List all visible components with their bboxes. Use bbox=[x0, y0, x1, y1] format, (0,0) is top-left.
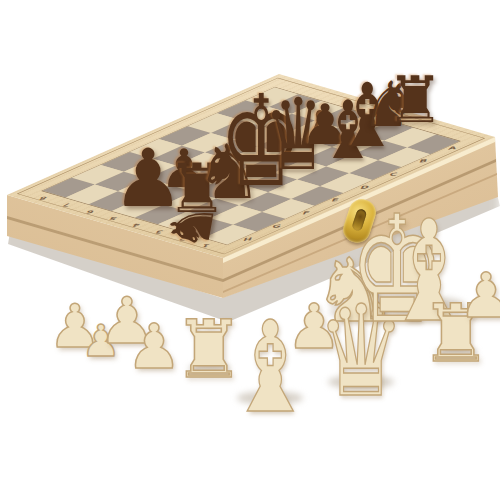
file-label: H bbox=[242, 237, 253, 242]
rank-label: 6 bbox=[85, 209, 96, 213]
rank-label: 7 bbox=[61, 203, 72, 207]
rank-label: 8 bbox=[38, 196, 49, 200]
file-label: A bbox=[447, 146, 457, 151]
file-label: C bbox=[389, 172, 399, 177]
dark-rook-piece: ♜ bbox=[386, 68, 443, 132]
product-photo-chess-set: ABCDEFGH12345678 ♟♟♜♞♞♚♛♟♝♝♞♜ ♟♟♟♟♜♝♟♟♞♛… bbox=[0, 0, 500, 500]
light-pawn-piece: ♟ bbox=[458, 265, 500, 327]
file-label: G bbox=[272, 224, 282, 229]
file-label: B bbox=[418, 159, 428, 164]
file-label: E bbox=[330, 198, 339, 203]
